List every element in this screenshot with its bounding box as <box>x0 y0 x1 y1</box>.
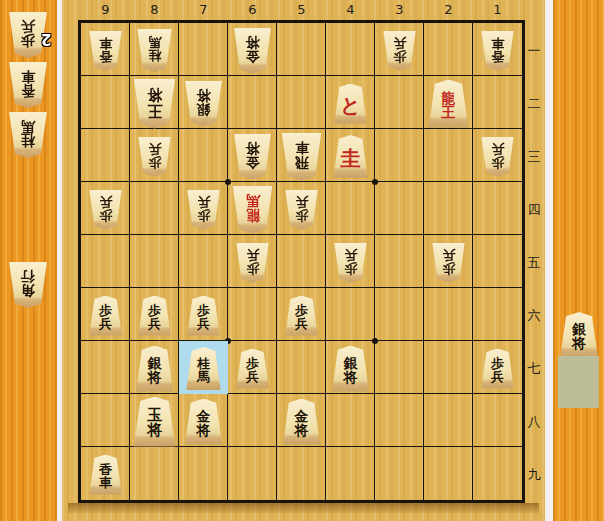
piece-gold-78[interactable]: 金将 <box>183 399 224 445</box>
piece-pawn-54[interactable]: 歩兵 <box>284 190 320 230</box>
hand-count-pawn: 2 <box>41 30 51 48</box>
square-23[interactable] <box>424 129 473 182</box>
piece-kanji: 歩兵 <box>235 243 271 283</box>
piece-kanji: 金将 <box>183 399 224 445</box>
square-36[interactable] <box>375 288 424 341</box>
square-19[interactable] <box>473 447 522 500</box>
piece-pawn-67[interactable]: 歩兵 <box>235 349 271 389</box>
square-69[interactable] <box>228 447 277 500</box>
piece-kanji: 金将 <box>232 28 273 74</box>
file-label-4: 4 <box>326 2 375 17</box>
square-12[interactable] <box>473 76 522 129</box>
square-55[interactable] <box>277 235 326 288</box>
square-33[interactable] <box>375 129 424 182</box>
piece-gold-63[interactable]: 金将 <box>232 134 273 180</box>
piece-kanji: 歩兵 <box>431 243 467 283</box>
file-label-6: 6 <box>228 2 277 17</box>
piece-kanji: 歩兵 <box>480 349 516 389</box>
square-71[interactable] <box>179 23 228 76</box>
rank-label-2: 二 <box>523 95 545 113</box>
star-point <box>225 179 231 185</box>
piece-pawn-17[interactable]: 歩兵 <box>480 349 516 389</box>
piece-kanji: 歩兵 <box>88 296 124 336</box>
square-16[interactable] <box>473 288 522 341</box>
piece-kanji: 歩兵 <box>137 296 173 336</box>
square-52[interactable] <box>277 76 326 129</box>
star-point <box>372 338 378 344</box>
square-39[interactable] <box>375 447 424 500</box>
square-38[interactable] <box>375 394 424 447</box>
piece-king-82[interactable]: 王将 <box>132 79 178 129</box>
piece-pawn-13[interactable]: 歩兵 <box>480 137 516 177</box>
piece-kanji: 桂馬 <box>136 29 174 72</box>
hand-sente-silver[interactable]: 銀将 <box>558 312 600 358</box>
piece-kanji: 歩兵 <box>235 349 271 389</box>
rank-label-3: 三 <box>523 148 545 166</box>
piece-kanji: 角行 <box>7 262 49 308</box>
piece-kanji: 歩兵 <box>333 243 369 283</box>
hand-gote-bishop[interactable]: 角行 <box>7 262 49 308</box>
square-37[interactable] <box>375 341 424 394</box>
square-93[interactable] <box>81 129 130 182</box>
gote-captured-tray: 歩兵2香車桂馬角行 <box>0 0 57 521</box>
piece-kanji: 歩兵 <box>284 190 320 230</box>
hand-gote-lance[interactable]: 香車 <box>7 62 49 108</box>
piece-gold-61[interactable]: 金将 <box>232 28 273 74</box>
square-84[interactable] <box>130 182 179 235</box>
shogi-app: 歩兵2香車桂馬角行 987654321一二三四五六七八九香車桂馬金将歩兵香車王将… <box>0 0 604 521</box>
piece-pawn-94[interactable]: 歩兵 <box>88 190 124 230</box>
piece-kanji: 銀将 <box>183 81 224 127</box>
piece-pawn-86[interactable]: 歩兵 <box>137 296 173 336</box>
square-15[interactable] <box>473 235 522 288</box>
piece-kanji: 香車 <box>480 31 516 71</box>
square-79[interactable] <box>179 447 228 500</box>
piece-pawn-25[interactable]: 歩兵 <box>431 243 467 283</box>
piece-pawn-83[interactable]: 歩兵 <box>137 137 173 177</box>
piece-kanji: 歩兵 <box>382 31 418 71</box>
piece-pawn-65[interactable]: 歩兵 <box>235 243 271 283</box>
square-18[interactable] <box>473 394 522 447</box>
square-49[interactable] <box>326 447 375 500</box>
square-35[interactable] <box>375 235 424 288</box>
rank-label-7: 七 <box>523 360 545 378</box>
square-41[interactable] <box>326 23 375 76</box>
square-32[interactable] <box>375 76 424 129</box>
piece-pawn-76[interactable]: 歩兵 <box>186 296 222 336</box>
piece-lance-11[interactable]: 香車 <box>480 31 516 71</box>
square-51[interactable] <box>277 23 326 76</box>
square-97[interactable] <box>81 341 130 394</box>
file-label-5: 5 <box>277 2 326 17</box>
board-bottom-shadow <box>68 503 539 513</box>
piece-silver-72[interactable]: 銀将 <box>183 81 224 127</box>
sente-captured-tray: 銀将 <box>553 0 604 521</box>
piece-kanji: 龍王 <box>427 80 471 128</box>
piece-kanji: 飛車 <box>280 133 324 181</box>
square-46[interactable] <box>326 288 375 341</box>
square-85[interactable] <box>130 235 179 288</box>
square-29[interactable] <box>424 447 473 500</box>
piece-pawn-31[interactable]: 歩兵 <box>382 31 418 71</box>
hand-gote-knight[interactable]: 桂馬 <box>7 112 49 158</box>
hand-gote-pawn[interactable]: 歩兵2 <box>7 12 49 58</box>
piece-knight-77[interactable]: 桂馬 <box>185 347 223 390</box>
sente-tray-highlight-slot <box>558 356 599 408</box>
rank-label-1: 一 <box>523 42 545 60</box>
square-26[interactable] <box>424 288 473 341</box>
piece-kanji: 桂馬 <box>185 347 223 390</box>
piece-kanji: 銀将 <box>134 346 175 392</box>
piece-kanji: 玉将 <box>132 397 178 447</box>
square-27[interactable] <box>424 341 473 394</box>
square-21[interactable] <box>424 23 473 76</box>
square-57[interactable] <box>277 341 326 394</box>
piece-pawn-45[interactable]: 歩兵 <box>333 243 369 283</box>
piece-pawn-96[interactable]: 歩兵 <box>88 296 124 336</box>
piece-kanji: 香車 <box>7 62 49 108</box>
piece-kanji: 龍馬 <box>231 186 275 234</box>
square-48[interactable] <box>326 394 375 447</box>
piece-kanji: 銀将 <box>558 312 600 358</box>
piece-kanji: 歩兵 <box>186 296 222 336</box>
file-label-8: 8 <box>130 2 179 17</box>
piece-kanji: 歩兵 <box>137 137 173 177</box>
piece-king-88[interactable]: 玉将 <box>132 397 178 447</box>
piece-rook-53[interactable]: 飛車 <box>280 133 324 181</box>
square-24[interactable] <box>424 182 473 235</box>
shogi-board-panel: 987654321一二三四五六七八九香車桂馬金将歩兵香車王将銀将と龍王歩兵金将飛… <box>62 0 545 521</box>
piece-knight-81[interactable]: 桂馬 <box>136 29 174 72</box>
piece-kanji: 歩兵 <box>284 296 320 336</box>
rank-label-5: 五 <box>523 254 545 272</box>
piece-dragon-22[interactable]: 龍王 <box>427 80 471 128</box>
file-label-1: 1 <box>473 2 522 17</box>
piece-kanji: 銀将 <box>330 346 371 392</box>
square-92[interactable] <box>81 76 130 129</box>
file-label-9: 9 <box>81 2 130 17</box>
piece-silver-87[interactable]: 銀将 <box>134 346 175 392</box>
piece-promoted-knight-43[interactable]: 圭 <box>332 135 370 178</box>
piece-kanji: と <box>333 84 369 124</box>
square-75[interactable] <box>179 235 228 288</box>
piece-kanji: 香車 <box>88 31 124 71</box>
square-73[interactable] <box>179 129 228 182</box>
rank-label-9: 九 <box>523 466 545 484</box>
square-66[interactable] <box>228 288 277 341</box>
rank-label-4: 四 <box>523 201 545 219</box>
rank-label-8: 八 <box>523 413 545 431</box>
file-label-7: 7 <box>179 2 228 17</box>
piece-horse-64[interactable]: 龍馬 <box>231 186 275 234</box>
square-95[interactable] <box>81 235 130 288</box>
piece-pawn-56[interactable]: 歩兵 <box>284 296 320 336</box>
piece-kanji: 歩兵 <box>186 190 222 230</box>
square-89[interactable] <box>130 447 179 500</box>
piece-kanji: 歩兵 <box>480 137 516 177</box>
piece-kanji: 圭 <box>332 135 370 178</box>
piece-kanji: 金将 <box>232 134 273 180</box>
file-label-3: 3 <box>375 2 424 17</box>
piece-tokin-42[interactable]: と <box>333 84 369 124</box>
square-62[interactable] <box>228 76 277 129</box>
piece-kanji: 桂馬 <box>7 112 49 158</box>
square-44[interactable] <box>326 182 375 235</box>
file-label-2: 2 <box>424 2 473 17</box>
piece-kanji: 王将 <box>132 79 178 129</box>
piece-pawn-74[interactable]: 歩兵 <box>186 190 222 230</box>
piece-kanji: 香車 <box>88 455 124 495</box>
piece-kanji: 歩兵 <box>88 190 124 230</box>
square-14[interactable] <box>473 182 522 235</box>
square-59[interactable] <box>277 447 326 500</box>
piece-lance-99[interactable]: 香車 <box>88 455 124 495</box>
piece-kanji: 金将 <box>281 399 322 445</box>
square-68[interactable] <box>228 394 277 447</box>
rank-label-6: 六 <box>523 307 545 325</box>
piece-lance-91[interactable]: 香車 <box>88 31 124 71</box>
piece-gold-58[interactable]: 金将 <box>281 399 322 445</box>
piece-silver-47[interactable]: 銀将 <box>330 346 371 392</box>
star-point <box>372 179 378 185</box>
square-98[interactable] <box>81 394 130 447</box>
square-28[interactable] <box>424 394 473 447</box>
square-34[interactable] <box>375 182 424 235</box>
